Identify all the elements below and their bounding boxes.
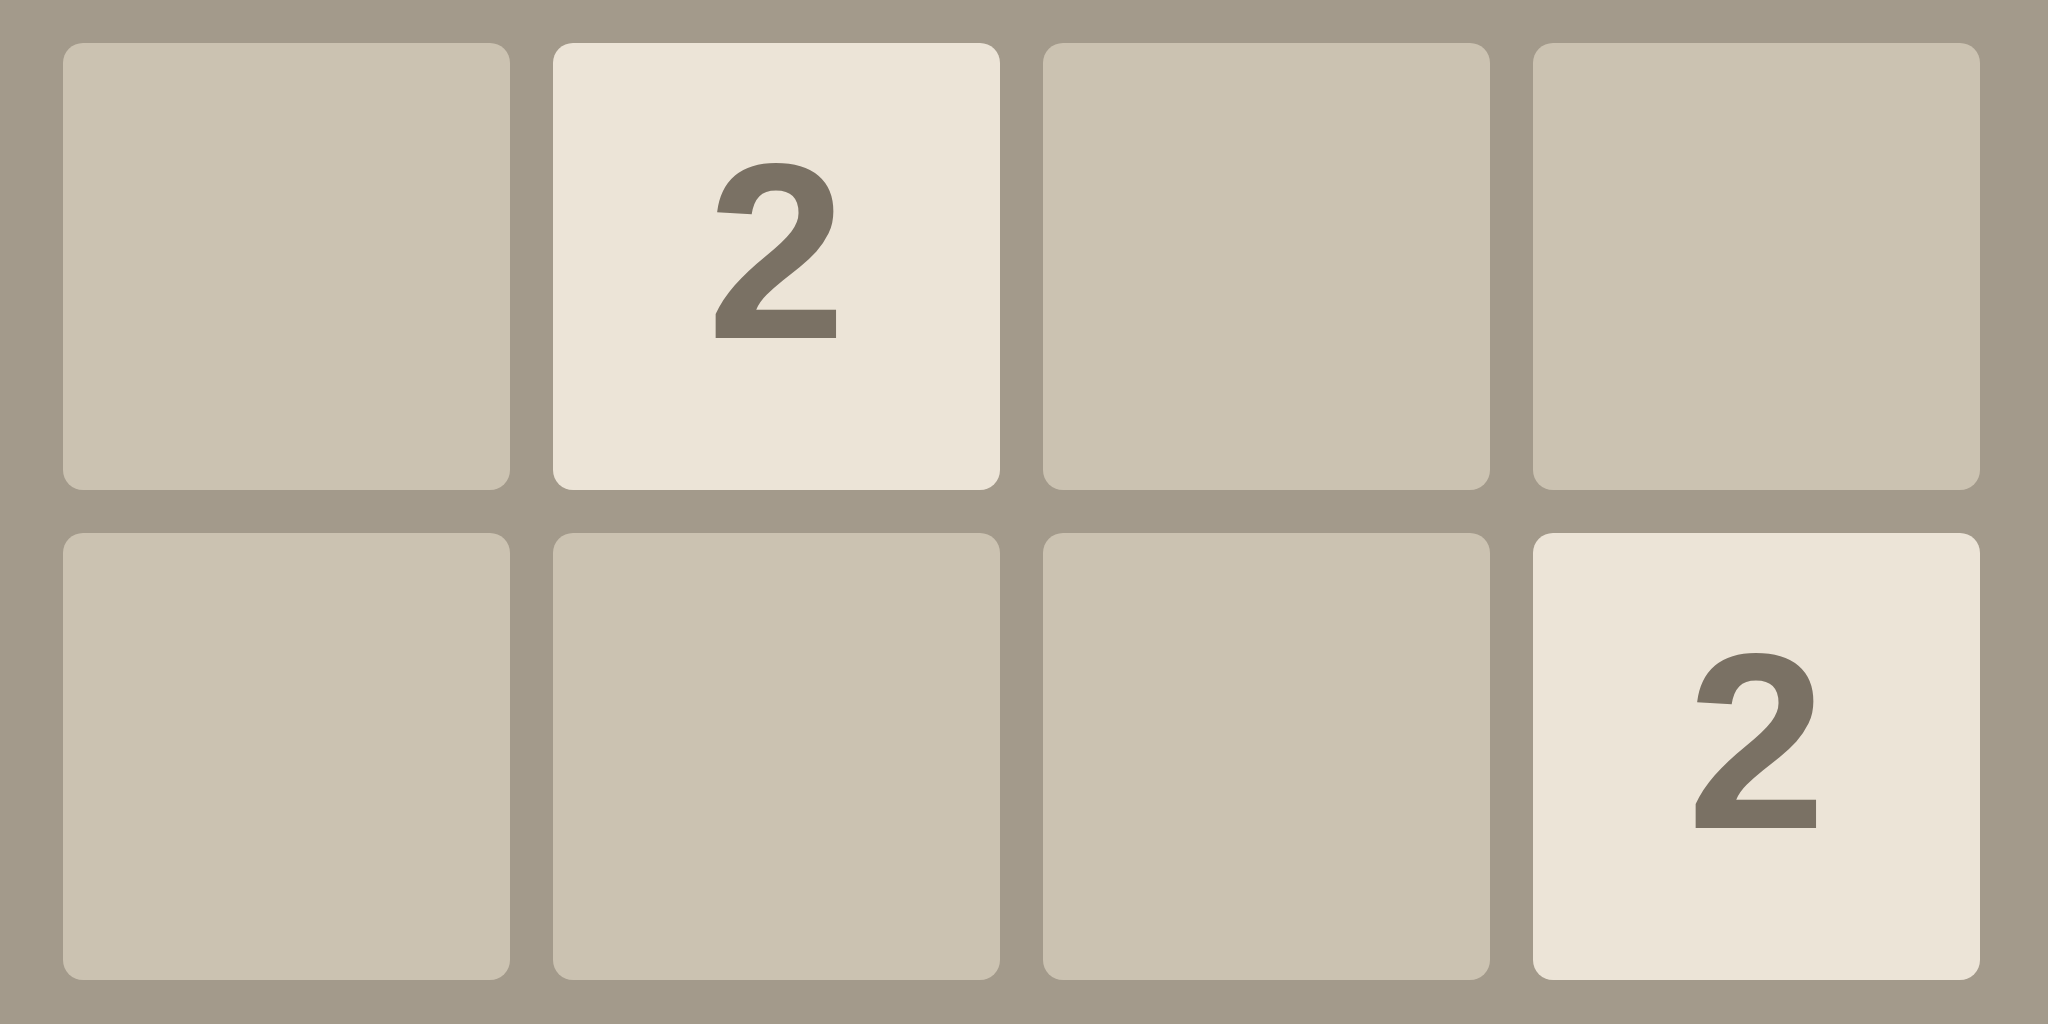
cell-r1c2: 2 <box>553 43 1000 490</box>
tile-grid: 2 2 <box>63 43 1980 980</box>
cell-r2c4: 2 <box>1533 533 1980 980</box>
cell-r1c1 <box>63 43 510 490</box>
cell-r1c3 <box>1043 43 1490 490</box>
game-board[interactable]: 2 2 <box>0 0 2048 1024</box>
cell-r1c4 <box>1533 43 1980 490</box>
cell-r2c2 <box>553 533 1000 980</box>
cell-r2c1 <box>63 533 510 980</box>
cell-r2c3 <box>1043 533 1490 980</box>
